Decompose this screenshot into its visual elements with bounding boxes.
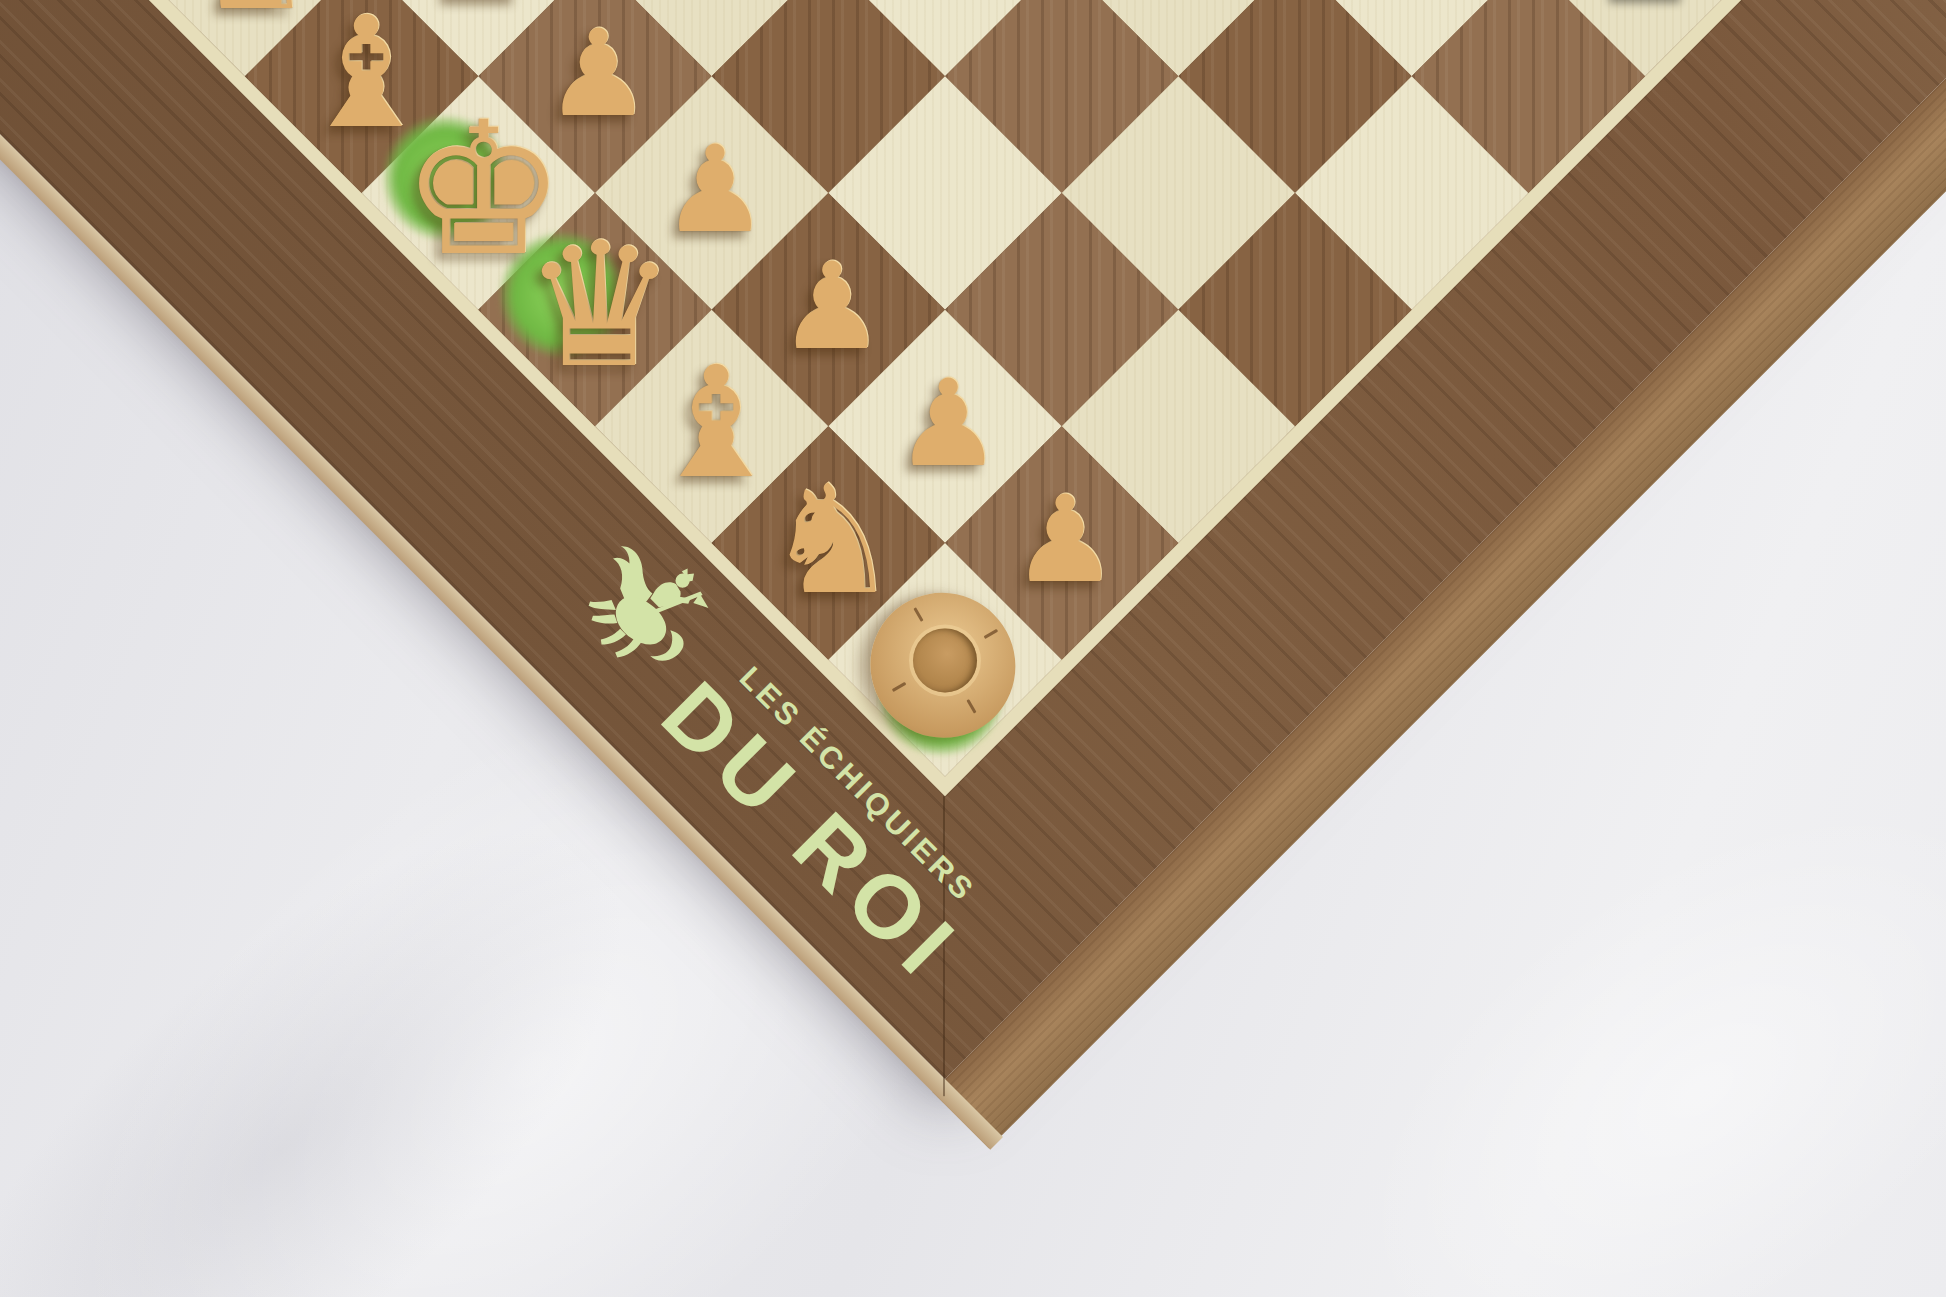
white-pawn[interactable]: ♟ xyxy=(428,0,536,16)
photo-scene: LES ÉCHIQUIERS DU ROI ♜♞♝♚♛♝♞♜♟♟♟♟♟♟♟♟♟♟… xyxy=(0,0,1946,1297)
white-pawn[interactable]: ♟ xyxy=(661,130,769,250)
white-pawn[interactable]: ♟ xyxy=(778,246,886,366)
black-pawn[interactable]: ♟ xyxy=(1595,0,1703,16)
white-pawn[interactable]: ♟ xyxy=(1011,480,1119,600)
white-knight[interactable]: ♞ xyxy=(765,464,899,614)
white-pawn[interactable]: ♟ xyxy=(895,363,1003,483)
